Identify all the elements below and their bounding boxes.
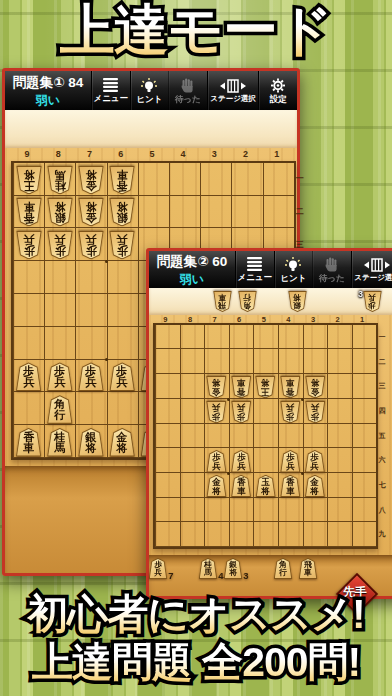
shogi-piece-金将[interactable]: 金将	[206, 475, 227, 498]
hand-icon	[180, 78, 195, 94]
file-label: 5	[262, 315, 266, 324]
shogi-piece-歩兵[interactable]: 歩兵	[16, 231, 42, 260]
shogi-piece-王将[interactable]: 王将	[255, 376, 276, 399]
hand-piece-count: 7	[168, 570, 173, 581]
star-point	[301, 398, 304, 401]
star-point	[105, 260, 108, 263]
file-label: 3	[311, 315, 315, 324]
hand-piece-飛車[interactable]: 飛車	[299, 558, 318, 579]
hand-piece-角行[interactable]: 角行	[238, 291, 257, 312]
shogi-piece-金将[interactable]: 金将	[78, 198, 104, 227]
hand-piece-count: 3	[243, 570, 248, 581]
problem-title-block: 問題集① 84 弱い	[5, 71, 91, 110]
shogi-piece-歩兵[interactable]: 歩兵	[47, 231, 73, 260]
file-label: 7	[213, 315, 217, 324]
file-label: 2	[243, 149, 248, 159]
shogi-piece-金将[interactable]: 金将	[206, 376, 227, 399]
stage-select-button[interactable]: ステージ選択	[207, 71, 259, 110]
shogi-piece-香車[interactable]: 香車	[109, 166, 135, 195]
shogi-piece-歩兵[interactable]: 歩兵	[231, 401, 252, 424]
problem-title: 問題集① 84	[13, 74, 84, 92]
shogi-piece-歩兵[interactable]: 歩兵	[305, 401, 326, 424]
menu-icon	[102, 78, 119, 93]
shogi-piece-金将[interactable]: 金将	[305, 475, 326, 498]
shogi-piece-歩兵[interactable]: 歩兵	[280, 401, 301, 424]
shogi-piece-銀将[interactable]: 銀将	[78, 428, 104, 457]
rank-label: 一	[378, 332, 385, 342]
shogi-piece-銀将[interactable]: 銀将	[109, 198, 135, 227]
promo-line-1: 初心者にオススメ!初心者にオススメ!	[0, 594, 392, 636]
shogi-piece-角行[interactable]: 角行	[47, 395, 73, 424]
shogi-piece-歩兵[interactable]: 歩兵	[47, 362, 73, 391]
shogi-piece-桂馬[interactable]: 桂馬	[47, 428, 73, 457]
shogi-piece-金将[interactable]: 金将	[305, 376, 326, 399]
gote-hand-area	[149, 288, 392, 315]
board-header: 問題集② 60 弱い メニュー ヒント 待った ステージ選択 設定	[149, 251, 392, 289]
difficulty-label: 弱い	[36, 92, 60, 109]
star-point	[227, 398, 230, 401]
settings-button[interactable]: 設定	[258, 71, 297, 110]
shogi-piece-歩兵[interactable]: 歩兵	[206, 401, 227, 424]
shogi-piece-香車[interactable]: 香車	[16, 428, 42, 457]
file-label: 1	[360, 315, 364, 324]
hand-piece-飛車[interactable]: 飛車	[213, 291, 232, 312]
hand-piece-銀将[interactable]: 銀将3	[224, 558, 243, 579]
problem-title-block: 問題集② 60 弱い	[149, 251, 235, 288]
shogi-piece-歩兵[interactable]: 歩兵	[305, 450, 326, 473]
file-label: 1	[274, 149, 279, 159]
undo-button[interactable]: 待った	[168, 71, 207, 110]
hand-piece-歩兵[interactable]: 歩兵3	[363, 291, 382, 312]
shogi-piece-香車[interactable]: 香車	[280, 376, 301, 399]
shogi-piece-玉将[interactable]: 玉将	[255, 475, 276, 498]
hand-piece-count: 3	[358, 289, 363, 299]
file-label: 3	[212, 149, 217, 159]
file-label: 4	[286, 315, 290, 324]
lightbulb-icon	[284, 257, 302, 273]
shogi-piece-歩兵[interactable]: 歩兵	[109, 231, 135, 260]
file-label: 6	[237, 315, 241, 324]
sente-hand-area: 先手	[149, 555, 392, 596]
file-label: 4	[181, 149, 186, 159]
menu-button[interactable]: メニュー	[91, 71, 130, 110]
promo-line-2: 上達問題 全200問!上達問題 全200問!	[0, 642, 392, 684]
rank-label: 三	[378, 381, 385, 391]
hand-piece-桂馬[interactable]: 桂馬4	[199, 558, 218, 579]
hint-button[interactable]: ヒント	[130, 71, 169, 110]
rank-label: 九	[378, 529, 385, 539]
difficulty-label: 弱い	[180, 271, 204, 288]
lightbulb-icon	[140, 78, 158, 94]
hand-piece-角行[interactable]: 角行	[274, 558, 293, 579]
shogi-piece-香車[interactable]: 香車	[280, 475, 301, 498]
stage-select-button[interactable]: ステージ選択	[351, 251, 392, 288]
gote-hand-area	[5, 110, 297, 148]
file-label: 8	[188, 315, 192, 324]
menu-icon	[246, 257, 263, 272]
problem-title: 問題集② 60	[157, 253, 228, 271]
shogi-piece-金将[interactable]: 金将	[78, 166, 104, 195]
file-label: 6	[118, 149, 123, 159]
file-label: 7	[87, 149, 92, 159]
shogi-piece-銀将[interactable]: 銀将	[47, 198, 73, 227]
file-label: 8	[56, 149, 61, 159]
file-label: 2	[336, 315, 340, 324]
stage-select-icon	[364, 258, 390, 273]
shogi-piece-桂馬[interactable]: 桂馬	[47, 166, 73, 195]
star-point	[301, 472, 304, 475]
stage-select-icon	[220, 79, 246, 94]
rank-label: 一	[296, 173, 304, 184]
rank-label: 四	[378, 406, 385, 416]
rank-label: 七	[378, 480, 385, 490]
shogi-piece-歩兵[interactable]: 歩兵	[78, 231, 104, 260]
hand-piece-銀将[interactable]: 銀将	[288, 291, 307, 312]
rank-label: 二	[296, 206, 304, 217]
shogi-piece-歩兵[interactable]: 歩兵	[16, 362, 42, 391]
shogi-piece-歩兵[interactable]: 歩兵	[231, 450, 252, 473]
file-label: 9	[163, 315, 167, 324]
board-header: 問題集① 84 弱い メニュー ヒント 待った ステージ選択 設定	[5, 71, 297, 111]
rank-label: 五	[378, 431, 385, 441]
menu-button[interactable]: メニュー	[235, 251, 274, 288]
hint-button[interactable]: ヒント	[274, 251, 313, 288]
file-label: 5	[149, 149, 154, 159]
gear-icon	[270, 78, 286, 94]
shogi-piece-香車[interactable]: 香車	[231, 376, 252, 399]
page-title: 上達モード上達モード	[0, 2, 392, 58]
hand-piece-歩兵[interactable]: 歩兵7	[149, 558, 168, 579]
shogi-piece-歩兵[interactable]: 歩兵	[78, 362, 104, 391]
file-label: 9	[25, 149, 30, 159]
shogi-piece-香車[interactable]: 香車	[16, 198, 42, 227]
rank-label: 八	[378, 505, 385, 515]
rank-label: 六	[378, 455, 385, 465]
shogi-piece-王将[interactable]: 王将	[16, 166, 42, 195]
problem-board-panel-2: 問題集② 60 弱い メニュー ヒント 待った ステージ選択 設定 金将香車王将…	[146, 248, 392, 599]
app-screen: { "game": "shogi", "screen": { "title": …	[0, 0, 392, 696]
rank-label: 二	[378, 357, 385, 367]
shogi-piece-金将[interactable]: 金将	[109, 428, 135, 457]
shogi-piece-歩兵[interactable]: 歩兵	[109, 362, 135, 391]
hand-icon	[324, 257, 339, 273]
undo-button[interactable]: 待った	[312, 251, 351, 288]
shogi-piece-歩兵[interactable]: 歩兵	[206, 450, 227, 473]
shogi-piece-歩兵[interactable]: 歩兵	[280, 450, 301, 473]
shogi-piece-香車[interactable]: 香車	[231, 475, 252, 498]
shogi-board[interactable]: 金将香車王将香車金将歩兵歩兵歩兵歩兵歩兵歩兵歩兵歩兵金将香車玉将香車金将	[153, 323, 378, 549]
